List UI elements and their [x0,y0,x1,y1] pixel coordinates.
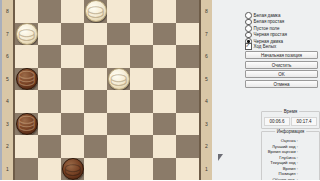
square-a6[interactable] [15,45,38,68]
clear-button[interactable]: Очистить [245,61,318,69]
square-c1[interactable]: ⛀ [61,158,84,181]
square-b7[interactable] [38,23,61,46]
square-e2[interactable] [107,135,130,158]
time-values: 00:06.6 00:17.4 [264,117,317,126]
square-a3[interactable]: ⛁ [15,113,38,136]
square-c6[interactable] [61,45,84,68]
row-label-7-left: 7 [2,23,13,46]
square-e1[interactable] [107,158,130,181]
black-man-glyph: ⛀ [64,159,82,179]
white-man-glyph: ⛀ [18,24,36,44]
square-g2[interactable] [153,135,176,158]
square-f8[interactable] [130,0,153,23]
square-d7[interactable] [84,23,107,46]
row-label-3-right: 3 [201,113,212,136]
square-c7[interactable] [61,23,84,46]
square-f5[interactable] [130,68,153,91]
square-c4[interactable] [61,90,84,113]
square-f6[interactable] [130,45,153,68]
mouse-cursor [218,154,223,161]
row-label-4-left: 4 [2,90,13,113]
piece-option-label: Белая простая [254,19,285,24]
square-h1[interactable] [176,158,199,181]
row-label-5-right: 5 [201,68,212,91]
row-label-6-right: 6 [201,45,212,68]
square-d4[interactable] [84,90,107,113]
square-c2[interactable] [61,135,84,158]
square-g4[interactable] [153,90,176,113]
row-label-2-left: 2 [2,135,13,158]
white-man-a7[interactable]: ⛀ [16,23,38,45]
square-b6[interactable] [38,45,61,68]
row-label-6-left: 6 [2,45,13,68]
board-grid[interactable]: ⛀⛀⛁⛀⛁⛀ [15,0,199,180]
square-g1[interactable] [153,158,176,181]
square-e3[interactable] [107,113,130,136]
piece-option-label: Белая дамка [254,13,281,18]
square-b4[interactable] [38,90,61,113]
info-rows: Оценка :Лучший ход :Время оценки :Глубин… [262,138,298,180]
square-h2[interactable] [176,135,199,158]
initial-position-button[interactable]: Начальная позиция [245,51,318,59]
piece-type-radio-group: Белая дамкаБелая простаяПустое полеЧерна… [245,12,287,45]
square-f2[interactable] [130,135,153,158]
row-label-7-right: 7 [201,23,212,46]
black-man-c1[interactable]: ⛀ [62,158,84,180]
black-king-glyph: ⛁ [18,69,36,89]
square-e5[interactable]: ⛀ [107,68,130,91]
white-man-d8[interactable]: ⛀ [85,0,107,22]
checkers-editor-window: 87654321 ⛀⛀⛁⛀⛁⛀ 87654321 Белая дамкаБела… [0,0,320,180]
square-a5[interactable]: ⛁ [15,68,38,91]
white-to-move-checkbox-row[interactable]: ✓ Ход Белых [245,43,276,50]
square-e6[interactable] [107,45,130,68]
white-man-glyph: ⛀ [87,1,105,21]
square-d1[interactable] [84,158,107,181]
square-b8[interactable] [38,0,61,23]
square-f1[interactable] [130,158,153,181]
square-b1[interactable] [38,158,61,181]
square-c5[interactable] [61,68,84,91]
square-d5[interactable] [84,68,107,91]
black-king-a3[interactable]: ⛁ [16,113,38,135]
square-h4[interactable] [176,90,199,113]
white-to-move-label: Ход Белых [254,44,277,49]
editor-buttons: Начальная позицияОчиститьOKОтмена [245,51,318,88]
square-a1[interactable] [15,158,38,181]
row-label-4-right: 4 [201,90,212,113]
row-labels-right: 87654321 [199,0,212,180]
black-clock: 00:17.4 [291,117,317,126]
piece-option-label: Пустое поле [254,26,280,31]
row-label-2-right: 2 [201,135,212,158]
square-e8[interactable] [107,0,130,23]
square-d8[interactable]: ⛀ [84,0,107,23]
row-label-5-left: 5 [2,68,13,91]
row-labels-left: 87654321 [2,0,15,180]
square-h3[interactable] [176,113,199,136]
row-label-1-left: 1 [2,158,13,181]
square-d6[interactable] [84,45,107,68]
row-label-8-left: 8 [2,0,13,23]
row-label-3-left: 3 [2,113,13,136]
row-label-1-right: 1 [201,158,212,181]
square-d2[interactable] [84,135,107,158]
black-king-glyph: ⛁ [18,114,36,134]
square-a2[interactable] [15,135,38,158]
checkmark-icon: ✓ [246,42,251,48]
info-row: Общее кол. : [262,177,298,181]
square-b2[interactable] [38,135,61,158]
checkbox-icon[interactable]: ✓ [245,43,252,50]
checkers-board: 87654321 ⛀⛀⛁⛀⛁⛀ 87654321 [2,0,212,180]
square-a8[interactable] [15,0,38,23]
square-f7[interactable] [130,23,153,46]
square-h6[interactable] [176,45,199,68]
info-panel-title: Информация [275,129,307,134]
time-panel-title: Время [282,109,300,114]
square-h5[interactable] [176,68,199,91]
radio-icon[interactable] [245,12,252,19]
square-e4[interactable] [107,90,130,113]
square-f3[interactable] [130,113,153,136]
square-e7[interactable] [107,23,130,46]
time-panel: Время 00:06.6 00:17.4 [261,111,320,129]
square-g8[interactable] [153,0,176,23]
square-a4[interactable] [15,90,38,113]
info-row: Время оценки : [262,149,298,155]
square-c3[interactable] [61,113,84,136]
square-d3[interactable] [84,113,107,136]
square-g3[interactable] [153,113,176,136]
white-man-e5[interactable]: ⛀ [108,68,130,90]
white-clock: 00:06.6 [264,117,290,126]
square-g5[interactable] [153,68,176,91]
ok-button[interactable]: OK [245,70,318,78]
radio-icon[interactable] [245,25,252,32]
square-c8[interactable] [61,0,84,23]
square-a7[interactable]: ⛀ [15,23,38,46]
square-h7[interactable] [176,23,199,46]
info-panel: Информация Оценка :Лучший ход :Время оце… [261,131,320,180]
cancel-button[interactable]: Отмена [245,80,318,88]
square-b3[interactable] [38,113,61,136]
square-g7[interactable] [153,23,176,46]
white-man-glyph: ⛀ [110,69,128,89]
square-g6[interactable] [153,45,176,68]
square-b5[interactable] [38,68,61,91]
square-f4[interactable] [130,90,153,113]
square-h8[interactable] [176,0,199,23]
piece-option-label: Черная простая [254,32,287,37]
black-king-a5[interactable]: ⛁ [16,68,38,90]
row-label-8-right: 8 [201,0,212,23]
